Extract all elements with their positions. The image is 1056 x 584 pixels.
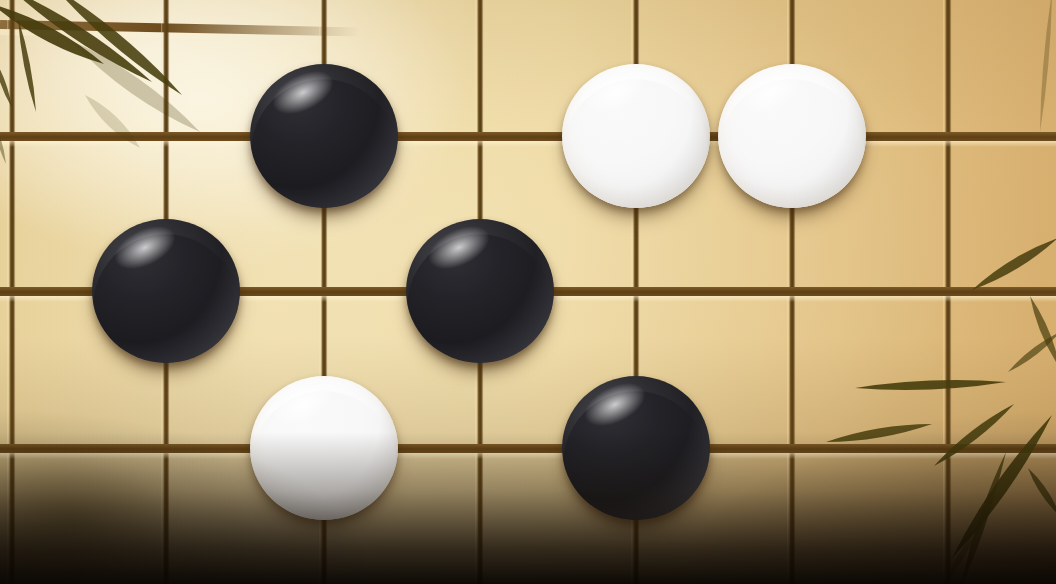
white-stone-glyph: ● bbox=[250, 376, 398, 520]
black-stone-glyph: ● bbox=[92, 219, 240, 363]
black-stone: ● bbox=[406, 219, 554, 363]
stones-layer: ●●●●●●● bbox=[0, 0, 1056, 584]
black-stone: ● bbox=[250, 64, 398, 208]
white-stone: ● bbox=[250, 376, 398, 520]
black-stone-glyph: ● bbox=[562, 376, 710, 520]
black-stone: ● bbox=[92, 219, 240, 363]
black-stone: ● bbox=[562, 376, 710, 520]
white-stone: ● bbox=[718, 64, 866, 208]
white-stone-glyph: ● bbox=[718, 64, 866, 208]
white-stone-glyph: ● bbox=[562, 64, 710, 208]
black-stone-glyph: ● bbox=[250, 64, 398, 208]
black-stone-glyph: ● bbox=[406, 219, 554, 363]
white-stone: ● bbox=[562, 64, 710, 208]
go-board[interactable]: ●●●●●●● bbox=[0, 0, 1056, 584]
